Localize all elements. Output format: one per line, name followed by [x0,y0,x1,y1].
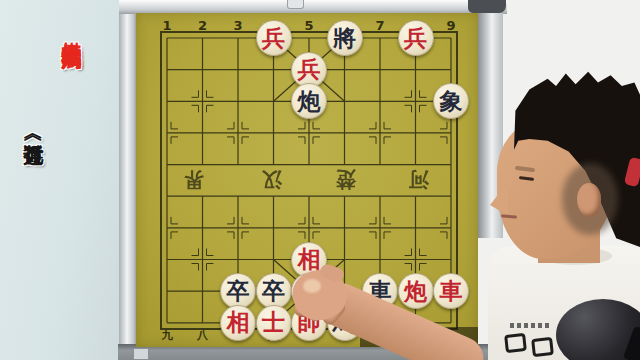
piece-glyph: 兵 [262,27,285,50]
piece-glyph: 象 [440,90,463,113]
presenter-knuckle [303,279,321,293]
piece-glyph: 卒 [262,280,285,303]
video-frame: 棋疯子象棋江湖残局 《兵行诡道》 123456789九八七六五四三二一 界汉楚河… [0,0,640,360]
presenter-ear [577,183,601,217]
piece-glyph: 將 [333,27,356,50]
piece-black-炮[interactable]: 炮 [291,83,327,119]
piece-red-兵[interactable]: 兵 [398,20,434,56]
piece-glyph: 相 [298,248,321,271]
piece-red-士[interactable]: 士 [256,305,292,341]
whiteboard-bracket [287,0,304,9]
whiteboard-corner-cap [468,0,506,13]
whiteboard-frame-left [119,0,137,360]
whiteboard-frame-top [119,0,507,14]
piece-red-車[interactable]: 車 [433,273,469,309]
piece-glyph: 車 [440,280,463,303]
piece-red-炮[interactable]: 炮 [398,273,434,309]
piece-black-卒[interactable]: 卒 [220,273,256,309]
piece-black-象[interactable]: 象 [433,83,469,119]
piece-glyph: 兵 [298,58,321,81]
shirt-print-graphic [504,333,527,353]
piece-black-將[interactable]: 將 [327,20,363,56]
tray-chip [133,348,149,360]
channel-title: 棋疯子象棋江湖残局 [62,26,82,236]
piece-glyph: 相 [227,311,250,334]
shirt-print-text [510,323,552,328]
piece-black-卒[interactable]: 卒 [256,273,292,309]
shirt-print-graphic [531,337,554,357]
episode-title: 《兵行诡道》 [24,126,44,326]
piece-glyph: 炮 [298,90,321,113]
piece-glyph: 卒 [227,280,250,303]
piece-red-相[interactable]: 相 [220,305,256,341]
piece-glyph: 士 [262,311,285,334]
piece-red-兵[interactable]: 兵 [256,20,292,56]
piece-glyph: 兵 [404,27,427,50]
piece-red-兵[interactable]: 兵 [291,52,327,88]
piece-glyph: 炮 [404,280,427,303]
